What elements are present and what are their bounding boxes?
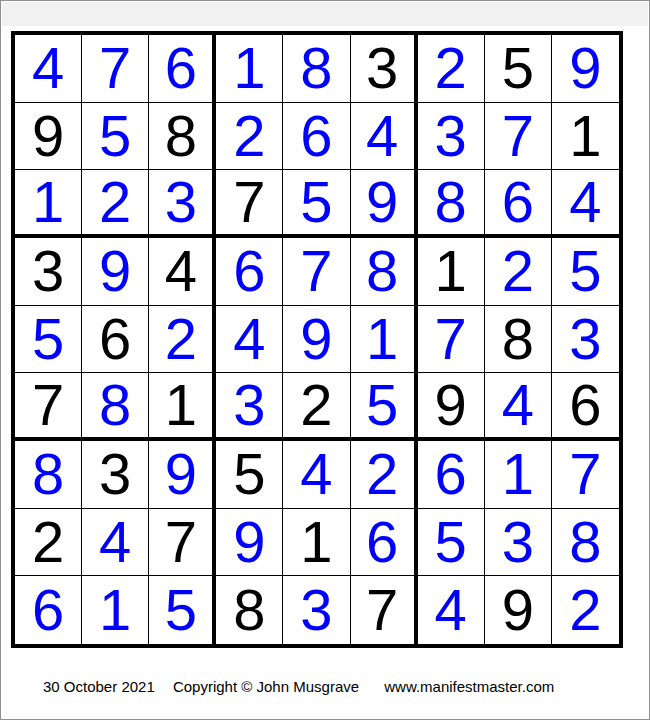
cell-r6c3: 1 bbox=[149, 373, 216, 441]
cell-r8c5: 1 bbox=[283, 509, 350, 577]
cell-r3c5: 5 bbox=[283, 170, 350, 238]
cell-r2c9: 1 bbox=[552, 103, 619, 171]
cell-r9c4: 8 bbox=[216, 576, 283, 644]
cell-r5c5: 9 bbox=[283, 306, 350, 374]
cell-r7c4: 5 bbox=[216, 441, 283, 509]
cell-r6c6: 5 bbox=[351, 373, 418, 441]
cell-r2c7: 3 bbox=[418, 103, 485, 171]
cell-r1c6: 3 bbox=[351, 35, 418, 103]
cell-r8c6: 6 bbox=[351, 509, 418, 577]
cell-r2c1: 9 bbox=[15, 103, 82, 171]
cell-r2c6: 4 bbox=[351, 103, 418, 171]
footer: 30 October 2021 Copyright © John Musgrav… bbox=[43, 678, 554, 695]
cell-r4c7: 1 bbox=[418, 238, 485, 306]
cell-r5c8: 8 bbox=[485, 306, 552, 374]
cell-r4c1: 3 bbox=[15, 238, 82, 306]
cell-r7c8: 1 bbox=[485, 441, 552, 509]
cell-r5c9: 3 bbox=[552, 306, 619, 374]
cell-r5c3: 2 bbox=[149, 306, 216, 374]
cell-r8c9: 8 bbox=[552, 509, 619, 577]
cell-r4c2: 9 bbox=[82, 238, 149, 306]
cell-r3c6: 9 bbox=[351, 170, 418, 238]
page-frame: 4761832599582643711237598643946781255624… bbox=[0, 0, 650, 720]
cell-r6c1: 7 bbox=[15, 373, 82, 441]
cell-r7c9: 7 bbox=[552, 441, 619, 509]
cell-r9c7: 4 bbox=[418, 576, 485, 644]
cell-r8c7: 5 bbox=[418, 509, 485, 577]
cell-r9c6: 7 bbox=[351, 576, 418, 644]
cell-r7c7: 6 bbox=[418, 441, 485, 509]
cell-r6c9: 6 bbox=[552, 373, 619, 441]
cell-r1c9: 9 bbox=[552, 35, 619, 103]
cell-r6c5: 2 bbox=[283, 373, 350, 441]
cell-r9c9: 2 bbox=[552, 576, 619, 644]
cell-r1c8: 5 bbox=[485, 35, 552, 103]
cell-r8c3: 7 bbox=[149, 509, 216, 577]
footer-date: 30 October 2021 bbox=[43, 678, 155, 695]
cell-r1c7: 2 bbox=[418, 35, 485, 103]
cell-r8c4: 9 bbox=[216, 509, 283, 577]
cell-r8c1: 2 bbox=[15, 509, 82, 577]
cell-r5c2: 6 bbox=[82, 306, 149, 374]
cell-r9c2: 1 bbox=[82, 576, 149, 644]
cell-r3c3: 3 bbox=[149, 170, 216, 238]
cell-r7c3: 9 bbox=[149, 441, 216, 509]
cell-r8c8: 3 bbox=[485, 509, 552, 577]
cell-r2c5: 6 bbox=[283, 103, 350, 171]
cell-r3c1: 1 bbox=[15, 170, 82, 238]
cell-r4c6: 8 bbox=[351, 238, 418, 306]
cell-r4c9: 5 bbox=[552, 238, 619, 306]
footer-website: www.manifestmaster.com bbox=[384, 678, 554, 695]
cell-r2c8: 7 bbox=[485, 103, 552, 171]
cell-r6c2: 8 bbox=[82, 373, 149, 441]
cell-r2c2: 5 bbox=[82, 103, 149, 171]
cell-r2c3: 8 bbox=[149, 103, 216, 171]
cell-r6c8: 4 bbox=[485, 373, 552, 441]
cell-r3c9: 4 bbox=[552, 170, 619, 238]
cell-r3c8: 6 bbox=[485, 170, 552, 238]
cell-r4c5: 7 bbox=[283, 238, 350, 306]
cell-r9c1: 6 bbox=[15, 576, 82, 644]
cell-r3c2: 2 bbox=[82, 170, 149, 238]
cell-r4c4: 6 bbox=[216, 238, 283, 306]
cell-r7c1: 8 bbox=[15, 441, 82, 509]
top-band bbox=[2, 2, 648, 26]
cell-r6c7: 9 bbox=[418, 373, 485, 441]
cell-r3c7: 8 bbox=[418, 170, 485, 238]
cell-r5c4: 4 bbox=[216, 306, 283, 374]
cell-r1c5: 8 bbox=[283, 35, 350, 103]
cell-r7c5: 4 bbox=[283, 441, 350, 509]
cell-r1c3: 6 bbox=[149, 35, 216, 103]
cell-r7c6: 2 bbox=[351, 441, 418, 509]
cell-r9c8: 9 bbox=[485, 576, 552, 644]
cell-r4c8: 2 bbox=[485, 238, 552, 306]
footer-copyright: Copyright © John Musgrave bbox=[173, 678, 359, 695]
cell-r4c3: 4 bbox=[149, 238, 216, 306]
cell-r5c1: 5 bbox=[15, 306, 82, 374]
cell-r6c4: 3 bbox=[216, 373, 283, 441]
cell-r1c2: 7 bbox=[82, 35, 149, 103]
cell-r5c7: 7 bbox=[418, 306, 485, 374]
cell-r3c4: 7 bbox=[216, 170, 283, 238]
cell-r8c2: 4 bbox=[82, 509, 149, 577]
cell-r7c2: 3 bbox=[82, 441, 149, 509]
cell-r1c1: 4 bbox=[15, 35, 82, 103]
cell-r9c5: 3 bbox=[283, 576, 350, 644]
sudoku-board: 4761832599582643711237598643946781255624… bbox=[11, 31, 623, 648]
cell-r9c3: 5 bbox=[149, 576, 216, 644]
cell-r5c6: 1 bbox=[351, 306, 418, 374]
cell-r1c4: 1 bbox=[216, 35, 283, 103]
cell-r2c4: 2 bbox=[216, 103, 283, 171]
